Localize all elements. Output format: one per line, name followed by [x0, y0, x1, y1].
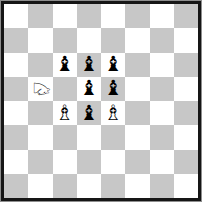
square-d1[interactable]: [77, 174, 101, 198]
square-a4[interactable]: [4, 101, 28, 125]
square-h4[interactable]: [174, 101, 198, 125]
square-b7[interactable]: [28, 28, 52, 52]
square-c6[interactable]: ♝: [53, 53, 77, 77]
chessboard: ♝♝♝♘♝♝♗♝♗: [4, 4, 198, 198]
square-d4[interactable]: ♝: [77, 101, 101, 125]
square-g3[interactable]: [150, 125, 174, 149]
square-f3[interactable]: [125, 125, 149, 149]
square-f1[interactable]: [125, 174, 149, 198]
square-h5[interactable]: [174, 77, 198, 101]
square-f7[interactable]: [125, 28, 149, 52]
black-bishop-e6: ♝: [104, 54, 123, 75]
square-c8[interactable]: [53, 4, 77, 28]
white-bishop-e4: ♗: [104, 103, 123, 124]
square-h8[interactable]: [174, 4, 198, 28]
square-e3[interactable]: [101, 125, 125, 149]
square-h3[interactable]: [174, 125, 198, 149]
square-d3[interactable]: [77, 125, 101, 149]
black-bishop-e5: ♝: [104, 78, 123, 99]
black-bishop-d5: ♝: [79, 78, 98, 99]
black-bishop-c6: ♝: [55, 54, 74, 75]
white-bishop-c4: ♗: [55, 103, 74, 124]
square-d6[interactable]: ♝: [77, 53, 101, 77]
square-a8[interactable]: [4, 4, 28, 28]
square-a2[interactable]: [4, 150, 28, 174]
square-a1[interactable]: [4, 174, 28, 198]
square-h1[interactable]: [174, 174, 198, 198]
square-d5[interactable]: ♝: [77, 77, 101, 101]
square-e5[interactable]: ♝: [101, 77, 125, 101]
square-a7[interactable]: [4, 28, 28, 52]
square-b8[interactable]: [28, 4, 52, 28]
square-g8[interactable]: [150, 4, 174, 28]
square-d8[interactable]: [77, 4, 101, 28]
square-f6[interactable]: [125, 53, 149, 77]
square-b3[interactable]: [28, 125, 52, 149]
square-g5[interactable]: [150, 77, 174, 101]
square-g2[interactable]: [150, 150, 174, 174]
square-e2[interactable]: [101, 150, 125, 174]
square-a6[interactable]: [4, 53, 28, 77]
square-h2[interactable]: [174, 150, 198, 174]
square-a3[interactable]: [4, 125, 28, 149]
square-c2[interactable]: [53, 150, 77, 174]
square-d7[interactable]: [77, 28, 101, 52]
square-f2[interactable]: [125, 150, 149, 174]
square-f5[interactable]: [125, 77, 149, 101]
square-c3[interactable]: [53, 125, 77, 149]
square-b4[interactable]: [28, 101, 52, 125]
square-e6[interactable]: ♝: [101, 53, 125, 77]
square-h7[interactable]: [174, 28, 198, 52]
square-g7[interactable]: [150, 28, 174, 52]
square-c4[interactable]: ♗: [53, 101, 77, 125]
square-c5[interactable]: [53, 77, 77, 101]
square-e4[interactable]: ♗: [101, 101, 125, 125]
square-b2[interactable]: [28, 150, 52, 174]
square-e8[interactable]: [101, 4, 125, 28]
square-c1[interactable]: [53, 174, 77, 198]
black-bishop-d6: ♝: [79, 54, 98, 75]
square-b6[interactable]: [28, 53, 52, 77]
square-f4[interactable]: [125, 101, 149, 125]
square-b5[interactable]: ♘: [28, 77, 52, 101]
chessboard-frame: ♝♝♝♘♝♝♗♝♗: [0, 0, 202, 202]
square-g6[interactable]: [150, 53, 174, 77]
square-g4[interactable]: [150, 101, 174, 125]
square-g1[interactable]: [150, 174, 174, 198]
black-bishop-d4: ♝: [79, 103, 98, 124]
square-e7[interactable]: [101, 28, 125, 52]
square-b1[interactable]: [28, 174, 52, 198]
square-d2[interactable]: [77, 150, 101, 174]
square-f8[interactable]: [125, 4, 149, 28]
square-c7[interactable]: [53, 28, 77, 52]
square-h6[interactable]: [174, 53, 198, 77]
square-e1[interactable]: [101, 174, 125, 198]
white-nightrider-rotated-knight-b5: ♘: [29, 79, 51, 99]
square-a5[interactable]: [4, 77, 28, 101]
